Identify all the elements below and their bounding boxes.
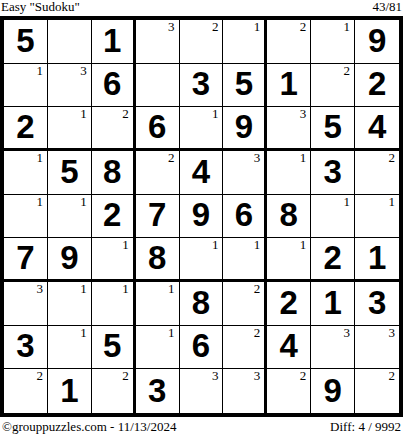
given-digit: 8 — [280, 198, 298, 231]
pencil-mark: 1 — [168, 282, 175, 296]
cell-r9c7[interactable]: 2 — [267, 369, 311, 413]
difficulty-label: Diff: 4 / 9992 — [330, 419, 401, 435]
cell-r4c2[interactable]: 5 — [48, 151, 92, 195]
given-digit: 4 — [368, 110, 386, 143]
pencil-mark: 1 — [254, 238, 261, 252]
cell-r8c6[interactable]: 2 — [223, 326, 267, 370]
pencil-mark: 1 — [212, 238, 219, 252]
cell-r8c9[interactable]: 3 — [355, 326, 399, 370]
pencil-mark: 2 — [122, 369, 129, 383]
pencil-mark: 3 — [80, 64, 87, 78]
cell-r5c6[interactable]: 6 — [223, 195, 267, 239]
pencil-mark: 1 — [36, 151, 43, 165]
cell-r8c2[interactable]: 1 — [48, 326, 92, 370]
given-digit: 6 — [192, 329, 210, 362]
given-digit: 3 — [368, 286, 386, 319]
given-digit: 2 — [323, 241, 341, 274]
cell-r1c4[interactable]: 3 — [136, 20, 180, 64]
cell-r6c9[interactable]: 1 — [355, 238, 399, 282]
cell-r6c6[interactable]: 1 — [223, 238, 267, 282]
cell-r1c2[interactable] — [48, 20, 92, 64]
cell-r1c9[interactable]: 9 — [355, 20, 399, 64]
cell-r8c4[interactable]: 1 — [136, 326, 180, 370]
pencil-mark: 1 — [80, 107, 87, 121]
pencil-mark: 2 — [254, 282, 261, 296]
pencil-mark: 2 — [300, 369, 307, 383]
pencil-mark: 1 — [122, 238, 129, 252]
cell-r9c4[interactable]: 3 — [136, 369, 180, 413]
cell-r6c4[interactable]: 8 — [136, 238, 180, 282]
cell-r3c4[interactable]: 6 — [136, 107, 180, 151]
given-digit: 5 — [323, 110, 341, 143]
given-digit: 2 — [280, 286, 298, 319]
pencil-mark: 3 — [254, 369, 261, 383]
pencil-mark: 2 — [122, 107, 129, 121]
given-digit: 7 — [148, 198, 166, 231]
cell-r2c9[interactable]: 2 — [355, 64, 399, 108]
pencil-mark: 3 — [168, 20, 175, 34]
given-digit: 8 — [103, 155, 121, 188]
cell-r9c1[interactable]: 2 — [4, 369, 48, 413]
pencil-mark: 2 — [344, 64, 351, 78]
pencil-mark: 1 — [80, 326, 87, 340]
given-digit: 6 — [103, 67, 121, 100]
cell-r9c9[interactable]: 2 — [355, 369, 399, 413]
cell-r6c3[interactable]: 1 — [92, 238, 136, 282]
given-digit: 3 — [148, 374, 166, 407]
pencil-mark: 2 — [254, 326, 261, 340]
given-digit: 4 — [280, 329, 298, 362]
cell-r7c4[interactable]: 1 — [136, 282, 180, 326]
given-digit: 2 — [103, 198, 121, 231]
cell-r8c1[interactable]: 3 — [4, 326, 48, 370]
cell-r4c3[interactable]: 8 — [92, 151, 136, 195]
given-digit: 5 — [16, 24, 34, 57]
cell-r7c5[interactable]: 8 — [180, 282, 224, 326]
cell-r4c8[interactable]: 3 — [311, 151, 355, 195]
cell-r5c3[interactable]: 2 — [92, 195, 136, 239]
cell-r7c3[interactable]: 1 — [92, 282, 136, 326]
given-digit: 1 — [103, 24, 121, 57]
given-digit: 9 — [323, 374, 341, 407]
pencil-mark: 1 — [344, 20, 351, 34]
cell-r2c4[interactable] — [136, 64, 180, 108]
cell-r8c3[interactable]: 5 — [92, 326, 136, 370]
pencil-mark: 1 — [80, 195, 87, 209]
cell-r4c4[interactable]: 2 — [136, 151, 180, 195]
given-digit: 5 — [235, 67, 253, 100]
cell-r2c6[interactable]: 5 — [223, 64, 267, 108]
given-digit: 1 — [60, 374, 78, 407]
cell-r3c9[interactable]: 4 — [355, 107, 399, 151]
pencil-mark: 1 — [122, 282, 129, 296]
given-digit: 5 — [60, 155, 78, 188]
pencil-mark: 1 — [212, 107, 219, 121]
sudoku-board: 5132121913635122212619354158243132112796… — [0, 16, 403, 417]
given-digit: 7 — [16, 241, 34, 274]
cell-r2c5[interactable]: 3 — [180, 64, 224, 108]
cell-r9c2[interactable]: 1 — [48, 369, 92, 413]
given-digit: 1 — [280, 67, 298, 100]
cell-r5c2[interactable]: 1 — [48, 195, 92, 239]
copyright-date: ©grouppuzzles.com - 11/13/2024 — [2, 419, 176, 435]
given-digit: 4 — [192, 155, 210, 188]
cell-r7c7[interactable]: 2 — [267, 282, 311, 326]
pencil-mark: 3 — [344, 326, 351, 340]
cell-r4c1[interactable]: 1 — [4, 151, 48, 195]
given-digit: 2 — [16, 110, 34, 143]
cell-r6c5[interactable]: 1 — [180, 238, 224, 282]
pencil-mark: 2 — [300, 20, 307, 34]
cell-r2c8[interactable]: 2 — [311, 64, 355, 108]
pencil-mark: 1 — [80, 282, 87, 296]
given-digit: 9 — [235, 110, 253, 143]
cell-r5c5[interactable]: 9 — [180, 195, 224, 239]
given-digit: 3 — [192, 67, 210, 100]
sudoku-page: Easy "Sudoku" 43/81 51321219136351222126… — [0, 0, 403, 437]
given-digit: 9 — [192, 198, 210, 231]
cell-r3c6[interactable]: 9 — [223, 107, 267, 151]
pencil-mark: 1 — [300, 238, 307, 252]
cell-r2c2[interactable]: 3 — [48, 64, 92, 108]
cell-r5c1[interactable]: 1 — [4, 195, 48, 239]
cell-r4c9[interactable]: 2 — [355, 151, 399, 195]
cell-r2c3[interactable]: 6 — [92, 64, 136, 108]
cell-r9c5[interactable]: 3 — [180, 369, 224, 413]
pencil-mark: 2 — [168, 151, 175, 165]
pencil-mark: 3 — [254, 151, 261, 165]
cell-r6c7[interactable]: 1 — [267, 238, 311, 282]
cell-r4c7[interactable]: 1 — [267, 151, 311, 195]
cell-r3c5[interactable]: 1 — [180, 107, 224, 151]
cell-r5c7[interactable]: 8 — [267, 195, 311, 239]
given-digit: 6 — [148, 110, 166, 143]
pencil-mark: 2 — [212, 20, 219, 34]
cell-r4c5[interactable]: 4 — [180, 151, 224, 195]
header: Easy "Sudoku" 43/81 — [0, 0, 403, 16]
given-digit: 1 — [368, 241, 386, 274]
pencil-mark: 1 — [168, 326, 175, 340]
cell-r1c5[interactable]: 2 — [180, 20, 224, 64]
cell-r7c8[interactable]: 1 — [311, 282, 355, 326]
cell-r2c1[interactable]: 1 — [4, 64, 48, 108]
pencil-mark: 1 — [389, 195, 396, 209]
pencil-mark: 2 — [389, 369, 396, 383]
puzzle-counter: 43/81 — [372, 0, 402, 14]
cell-r7c9[interactable]: 3 — [355, 282, 399, 326]
given-digit: 1 — [323, 286, 341, 319]
cell-r7c2[interactable]: 1 — [48, 282, 92, 326]
cell-r5c8[interactable]: 1 — [311, 195, 355, 239]
given-digit: 9 — [60, 241, 78, 274]
pencil-mark: 1 — [300, 151, 307, 165]
cell-r3c7[interactable]: 3 — [267, 107, 311, 151]
cell-r3c2[interactable]: 1 — [48, 107, 92, 151]
cell-r7c1[interactable]: 3 — [4, 282, 48, 326]
cell-r3c3[interactable]: 2 — [92, 107, 136, 151]
cell-r4c6[interactable]: 3 — [223, 151, 267, 195]
cell-r1c6[interactable]: 1 — [223, 20, 267, 64]
cell-r8c7[interactable]: 4 — [267, 326, 311, 370]
given-digit: 8 — [148, 241, 166, 274]
cell-r1c8[interactable]: 1 — [311, 20, 355, 64]
pencil-mark: 3 — [212, 369, 219, 383]
cell-r1c7[interactable]: 2 — [267, 20, 311, 64]
cell-r1c3[interactable]: 1 — [92, 20, 136, 64]
pencil-mark: 1 — [36, 195, 43, 209]
pencil-mark: 2 — [389, 151, 396, 165]
pencil-mark: 3 — [36, 282, 43, 296]
footer: ©grouppuzzles.com - 11/13/2024 Diff: 4 /… — [0, 417, 403, 437]
cell-r6c8[interactable]: 2 — [311, 238, 355, 282]
cell-r8c8[interactable]: 3 — [311, 326, 355, 370]
cell-r5c4[interactable]: 7 — [136, 195, 180, 239]
pencil-mark: 2 — [36, 369, 43, 383]
cell-r8c5[interactable]: 6 — [180, 326, 224, 370]
pencil-mark: 1 — [344, 195, 351, 209]
cell-r3c8[interactable]: 5 — [311, 107, 355, 151]
cell-r9c6[interactable]: 3 — [223, 369, 267, 413]
pencil-mark: 3 — [389, 326, 396, 340]
pencil-mark: 1 — [36, 64, 43, 78]
given-digit: 9 — [368, 24, 386, 57]
cell-r6c2[interactable]: 9 — [48, 238, 92, 282]
cell-r6c1[interactable]: 7 — [4, 238, 48, 282]
cell-r3c1[interactable]: 2 — [4, 107, 48, 151]
given-digit: 3 — [16, 329, 34, 362]
pencil-mark: 1 — [254, 20, 261, 34]
cell-r9c8[interactable]: 9 — [311, 369, 355, 413]
given-digit: 5 — [103, 329, 121, 362]
pencil-mark: 3 — [300, 107, 307, 121]
cell-r9c3[interactable]: 2 — [92, 369, 136, 413]
cell-r1c1[interactable]: 5 — [4, 20, 48, 64]
given-digit: 8 — [192, 286, 210, 319]
page-title: Easy "Sudoku" — [1, 0, 80, 14]
cell-r7c6[interactable]: 2 — [223, 282, 267, 326]
cell-r2c7[interactable]: 1 — [267, 64, 311, 108]
given-digit: 2 — [368, 67, 386, 100]
cell-r5c9[interactable]: 1 — [355, 195, 399, 239]
given-digit: 6 — [235, 198, 253, 231]
given-digit: 3 — [323, 155, 341, 188]
